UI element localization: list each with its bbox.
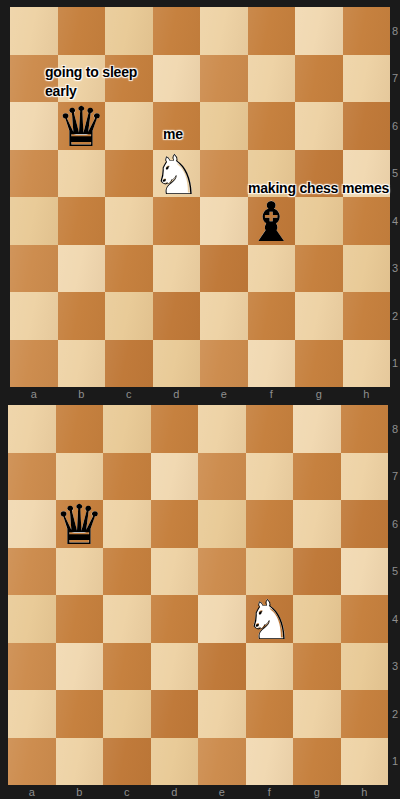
caption-going-to-sleep-early: going to sleep early: [45, 63, 137, 101]
file-label-c: c: [103, 785, 151, 799]
file-label-e: e: [198, 785, 246, 799]
rank-label-2: 2: [390, 292, 400, 340]
rank-label-7: 7: [390, 55, 400, 103]
rank-label-3: 3: [390, 643, 400, 691]
top-board-rank-labels: 87654321: [390, 7, 400, 387]
bottom-board-file-labels: abcdefgh: [8, 785, 388, 799]
bottom-board: ♕♛♞♘ 87654321 abcdefgh: [0, 400, 400, 799]
rank-label-6: 6: [390, 500, 400, 548]
rank-label-5: 5: [390, 548, 400, 596]
file-label-a: a: [8, 785, 56, 799]
file-label-c: c: [105, 387, 153, 400]
caption-me: me: [163, 125, 183, 144]
rank-label-7: 7: [390, 453, 400, 501]
rank-label-8: 8: [390, 7, 400, 55]
rank-label-6: 6: [390, 102, 400, 150]
file-label-b: b: [58, 387, 106, 400]
top-board-file-labels: abcdefgh: [10, 387, 390, 400]
top-board: ♕♛♞♘♗♝ going to sleep early me making ch…: [0, 0, 400, 400]
file-label-h: h: [343, 387, 391, 400]
bottom-board-captions: [8, 405, 388, 785]
rank-label-3: 3: [390, 245, 400, 293]
file-label-g: g: [295, 387, 343, 400]
rank-label-2: 2: [390, 690, 400, 738]
file-label-d: d: [151, 785, 199, 799]
rank-label-4: 4: [390, 197, 400, 245]
file-label-f: f: [246, 785, 294, 799]
file-label-b: b: [56, 785, 104, 799]
file-label-f: f: [248, 387, 296, 400]
rank-label-1: 1: [390, 738, 400, 786]
top-board-captions: going to sleep early me making chess mem…: [10, 7, 390, 387]
file-label-h: h: [341, 785, 389, 799]
bottom-board-rank-labels: 87654321: [390, 405, 400, 785]
file-label-e: e: [200, 387, 248, 400]
file-label-a: a: [10, 387, 58, 400]
file-label-d: d: [153, 387, 201, 400]
rank-label-5: 5: [390, 150, 400, 198]
rank-label-8: 8: [390, 405, 400, 453]
file-label-g: g: [293, 785, 341, 799]
caption-making-chess-memes: making chess memes: [248, 179, 389, 198]
rank-label-1: 1: [390, 340, 400, 388]
rank-label-4: 4: [390, 595, 400, 643]
